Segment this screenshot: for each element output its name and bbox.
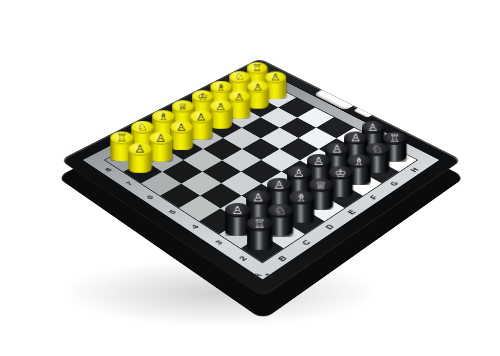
case-notch <box>313 90 353 111</box>
bishop-icon: ♗ <box>295 192 307 204</box>
square-h6[interactable] <box>278 98 314 118</box>
square-f5[interactable] <box>261 127 299 148</box>
file-label-a: A <box>238 263 276 288</box>
scene: ♖♙♙♖♘♙♙♘♗♙♙♗♔♙♙♔♕♙♙♕♗♙♙♗♘♙♙♘♖♙♙♖ ABCDEFG… <box>0 0 500 356</box>
piece-cap: ♙ <box>128 143 151 156</box>
piece-body <box>229 77 250 99</box>
piece-black-rook-a1[interactable]: ♖ <box>246 217 272 250</box>
bishop-icon: ♗ <box>158 112 169 122</box>
piece-cap: ♙ <box>247 81 268 93</box>
pawn-icon: ♙ <box>350 133 361 144</box>
queen-icon: ♕ <box>178 101 189 111</box>
case-notch-step <box>353 108 372 118</box>
rook-icon: ♖ <box>116 133 127 144</box>
piece-body <box>247 86 268 108</box>
piece-cap: ♔ <box>191 90 213 102</box>
piece-cap: ♖ <box>246 217 272 232</box>
piece-cap: ♙ <box>228 90 250 102</box>
pawn-icon: ♙ <box>134 144 145 155</box>
piece-body <box>228 96 250 119</box>
pawn-icon: ♙ <box>231 205 243 217</box>
pawn-icon: ♙ <box>155 133 166 144</box>
queen-icon: ♕ <box>315 179 327 190</box>
square-d7[interactable]: ♙ <box>185 127 223 148</box>
square-g7[interactable]: ♙ <box>242 98 278 118</box>
piece-cap: ♗ <box>210 81 231 93</box>
pawn-icon: ♙ <box>332 144 343 155</box>
piece-yellow-queen-d8[interactable]: ♕ <box>172 100 194 129</box>
square-e8[interactable]: ♔ <box>187 107 224 127</box>
square-f6[interactable] <box>242 117 279 138</box>
pawn-icon: ♙ <box>176 122 187 133</box>
square-h8[interactable]: ♖ <box>242 79 277 98</box>
knight-icon: ♘ <box>137 122 148 133</box>
piece-yellow-pawn-c7[interactable]: ♙ <box>170 121 193 151</box>
piece-body <box>190 116 212 139</box>
piece-body <box>209 106 231 129</box>
pawn-icon: ♙ <box>368 122 379 133</box>
square-g5[interactable] <box>279 117 316 138</box>
pawn-icon: ♙ <box>234 91 245 101</box>
rook-icon: ♖ <box>252 63 262 73</box>
rook-icon: ♖ <box>253 218 266 230</box>
board-case: ♖♙♙♖♘♙♙♘♗♙♙♗♔♙♙♔♕♙♙♕♗♙♙♗♘♙♙♘♖♙♙♖ ABCDEFG… <box>60 58 462 297</box>
piece-body <box>247 68 268 90</box>
piece-cap: ♕ <box>172 100 194 112</box>
piece-yellow-rook-h8[interactable]: ♖ <box>247 62 268 89</box>
piece-body <box>191 96 213 119</box>
product-photo: ♖♙♙♖♘♙♙♘♗♙♙♗♔♙♙♔♕♙♙♕♗♙♙♗♘♙♙♘♖♙♙♖ ABCDEFG… <box>0 0 500 356</box>
piece-yellow-pawn-h7[interactable]: ♙ <box>265 71 286 99</box>
square-d8[interactable]: ♕ <box>167 117 204 138</box>
knight-icon: ♘ <box>274 205 286 217</box>
piece-body <box>170 127 193 151</box>
piece-body <box>210 86 231 108</box>
knight-icon: ♘ <box>234 72 244 82</box>
square-g6[interactable] <box>260 107 297 127</box>
pawn-icon: ♙ <box>313 155 325 166</box>
bishop-icon: ♗ <box>353 155 365 166</box>
square-e5[interactable] <box>242 138 280 160</box>
pawn-icon: ♙ <box>215 101 226 111</box>
square-e7[interactable]: ♙ <box>205 117 242 138</box>
pawn-icon: ♙ <box>273 179 285 190</box>
square-f7[interactable]: ♙ <box>224 107 261 127</box>
piece-cap: ♗ <box>288 191 313 205</box>
piece-cap: ♖ <box>247 62 268 74</box>
piece-body <box>265 77 286 99</box>
piece-yellow-bishop-f8[interactable]: ♗ <box>210 81 231 109</box>
pawn-icon: ♙ <box>253 192 265 204</box>
piece-yellow-knight-g8[interactable]: ♘ <box>229 71 250 99</box>
square-h7[interactable]: ♙ <box>260 88 296 107</box>
square-f8[interactable]: ♗ <box>206 98 242 118</box>
piece-yellow-pawn-b7[interactable]: ♙ <box>149 132 172 162</box>
piece-yellow-pawn-g7[interactable]: ♙ <box>247 81 268 109</box>
piece-cap: ♘ <box>229 71 250 83</box>
piece-cap: ♘ <box>268 203 293 217</box>
piece-cap: ♗ <box>152 110 174 123</box>
king-icon: ♔ <box>197 91 208 101</box>
knight-icon: ♘ <box>371 144 382 155</box>
square-e6[interactable] <box>223 127 261 148</box>
pawn-icon: ♙ <box>252 82 262 92</box>
pawn-icon: ♙ <box>196 112 207 122</box>
piece-yellow-king-e8[interactable]: ♔ <box>191 90 213 118</box>
piece-cap: ♙ <box>149 132 172 145</box>
bishop-icon: ♗ <box>216 82 226 92</box>
rook-icon: ♖ <box>389 133 400 144</box>
piece-cap: ♙ <box>170 121 193 134</box>
piece-yellow-pawn-d7[interactable]: ♙ <box>190 110 212 139</box>
piece-yellow-pawn-e7[interactable]: ♙ <box>209 100 231 129</box>
square-h5[interactable] <box>297 107 334 127</box>
board-margin: ♖♙♙♖♘♙♙♘♗♙♙♗♔♙♙♔♕♙♙♕♗♙♙♗♘♙♙♘♖♙♙♖ ABCDEFG… <box>81 68 440 281</box>
piece-yellow-pawn-f7[interactable]: ♙ <box>228 90 250 118</box>
pawn-icon: ♙ <box>293 167 305 178</box>
square-g8[interactable]: ♘ <box>224 88 260 107</box>
piece-cap: ♙ <box>209 100 231 112</box>
piece-cap: ♙ <box>265 71 286 83</box>
pawn-icon: ♙ <box>270 72 280 82</box>
square-d6[interactable] <box>203 138 241 160</box>
piece-body <box>172 106 194 129</box>
king-icon: ♔ <box>334 167 346 178</box>
rank-label-1: 1 <box>249 263 287 288</box>
piece-cap: ♙ <box>190 110 212 123</box>
piece-yellow-pawn-a7[interactable]: ♙ <box>128 143 151 174</box>
